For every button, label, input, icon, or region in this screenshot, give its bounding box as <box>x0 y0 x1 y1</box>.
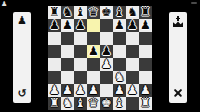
white-bishop: ♝ <box>113 97 126 110</box>
black-player-panel: ♟ ↺ <box>13 12 31 103</box>
square-d1[interactable]: ♛ <box>87 97 100 110</box>
square-h7[interactable]: ♟ <box>139 19 152 32</box>
square-a4[interactable] <box>48 58 61 71</box>
square-g4[interactable] <box>126 58 139 71</box>
square-e3[interactable] <box>100 71 113 84</box>
square-g1[interactable] <box>126 97 139 110</box>
square-e7[interactable] <box>100 19 113 32</box>
black-pawn-icon: ♟ <box>13 15 31 27</box>
square-a1[interactable]: ♜ <box>48 97 61 110</box>
crossed-x-button[interactable] <box>173 88 183 98</box>
undo-button[interactable]: ↺ <box>13 88 31 100</box>
square-e8[interactable]: ♚ <box>100 6 113 19</box>
black-pawn: ♟ <box>126 19 139 32</box>
square-f7[interactable]: ♟ <box>113 19 126 32</box>
square-b1[interactable]: ♞ <box>61 97 74 110</box>
square-d8[interactable]: ♛ <box>87 6 100 19</box>
square-c4[interactable] <box>74 58 87 71</box>
square-d4[interactable] <box>87 58 100 71</box>
white-rook: ♜ <box>139 97 152 110</box>
white-knight: ♞ <box>61 97 74 110</box>
square-h5[interactable] <box>139 45 152 58</box>
square-b4[interactable] <box>61 58 74 71</box>
black-pawn: ♟ <box>113 19 126 32</box>
square-d7[interactable] <box>87 19 100 32</box>
square-b7[interactable]: ♟ <box>61 19 74 32</box>
square-b6[interactable] <box>61 32 74 45</box>
square-g5[interactable] <box>126 45 139 58</box>
black-pawn: ♟ <box>48 19 61 32</box>
square-g7[interactable]: ♟ <box>126 19 139 32</box>
black-king: ♚ <box>100 6 113 19</box>
black-pawn: ♟ <box>74 19 87 32</box>
square-d5[interactable]: ♟ <box>87 45 100 58</box>
square-e1[interactable]: ♚ <box>100 97 113 110</box>
square-c1[interactable]: ♝ <box>74 97 87 110</box>
square-a5[interactable] <box>48 45 61 58</box>
square-c6[interactable] <box>74 32 87 45</box>
white-player-panel <box>169 12 187 103</box>
square-c5[interactable] <box>74 45 87 58</box>
square-h4[interactable] <box>139 58 152 71</box>
square-f6[interactable] <box>113 32 126 45</box>
white-pawn: ♟ <box>100 58 113 71</box>
square-f5[interactable] <box>113 45 126 58</box>
black-queen: ♛ <box>87 6 100 19</box>
black-pawn: ♟ <box>139 19 152 32</box>
square-c7[interactable]: ♟ <box>74 19 87 32</box>
square-e4[interactable]: ♟ <box>100 58 113 71</box>
square-b5[interactable] <box>61 45 74 58</box>
white-pawn: ♟ <box>126 84 139 97</box>
black-pawn: ♟ <box>61 19 74 32</box>
black-pawn: ♟ <box>87 45 100 58</box>
corner-mark <box>191 2 197 4</box>
corner-pawn-icon: ♟ <box>1 0 7 9</box>
chess-board[interactable]: ♜♞♝♛♚♝♞♜♟♟♟♟♟♟♟♟♟♞♟♟♟♟♟♟♟♜♞♝♛♚♝♜ <box>48 6 152 110</box>
white-rook: ♜ <box>48 97 61 110</box>
square-h6[interactable] <box>139 32 152 45</box>
square-a7[interactable]: ♟ <box>48 19 61 32</box>
square-g2[interactable]: ♟ <box>126 84 139 97</box>
white-queen: ♛ <box>87 97 100 110</box>
square-f1[interactable]: ♝ <box>113 97 126 110</box>
square-h1[interactable]: ♜ <box>139 97 152 110</box>
white-bishop: ♝ <box>74 97 87 110</box>
square-g6[interactable] <box>126 32 139 45</box>
white-king: ♚ <box>100 97 113 110</box>
square-a6[interactable] <box>48 32 61 45</box>
